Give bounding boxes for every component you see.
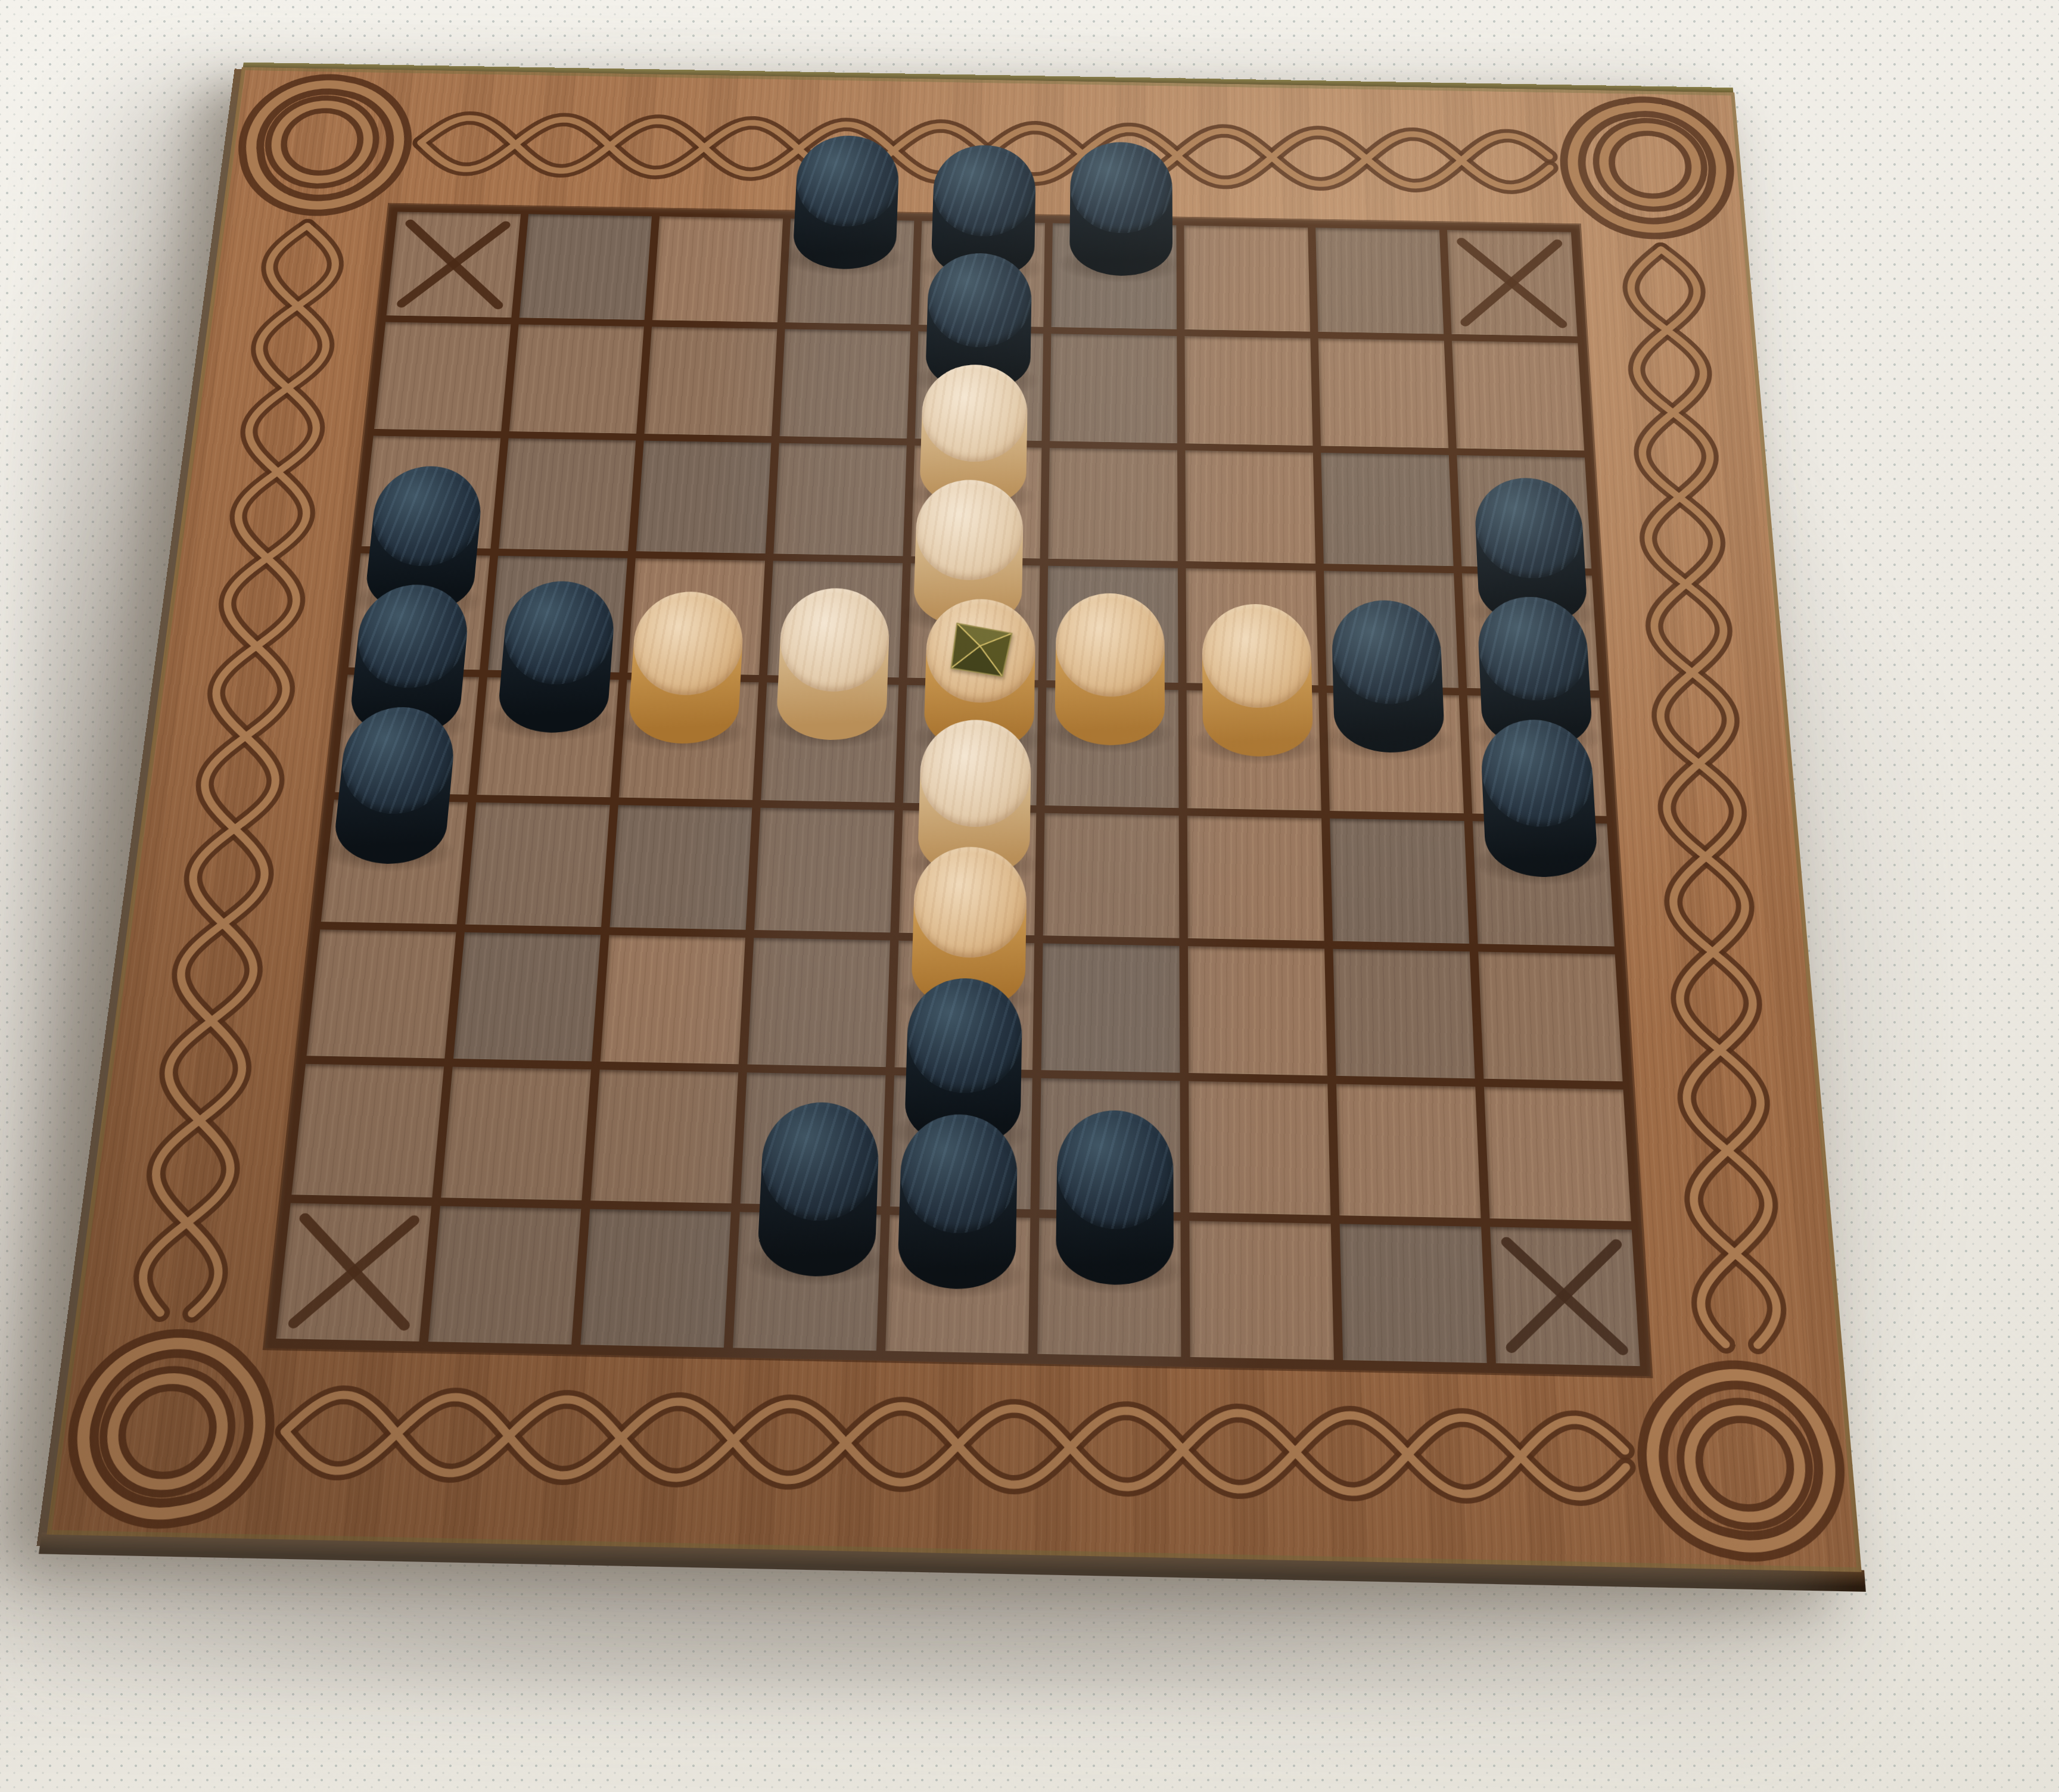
attacker-piece-f1[interactable]: [1056, 1109, 1174, 1286]
attacker-piece-b5[interactable]: [496, 580, 617, 733]
defender-piece-d5[interactable]: [775, 587, 891, 741]
defender-piece-g5[interactable]: [1202, 603, 1314, 757]
attacker-piece-h5[interactable]: [1331, 599, 1445, 754]
pieces-layer: [46, 67, 1861, 1572]
attacker-piece-d1[interactable]: [756, 1101, 880, 1277]
attacker-piece-i4[interactable]: [1479, 718, 1598, 878]
attacker-piece-f9[interactable]: [1069, 141, 1172, 276]
tafl-board: [46, 67, 1861, 1572]
attacker-piece-d9[interactable]: [792, 135, 900, 270]
defender-piece-f5[interactable]: [1055, 592, 1165, 746]
defender-piece-c5[interactable]: [627, 591, 745, 745]
tafl-board-wrap: [46, 67, 1861, 1572]
king-pyramid-finial: [943, 619, 1017, 682]
photo-scene: [0, 0, 2059, 1792]
attacker-piece-e1[interactable]: [897, 1113, 1018, 1290]
attacker-piece-a4[interactable]: [331, 706, 458, 864]
